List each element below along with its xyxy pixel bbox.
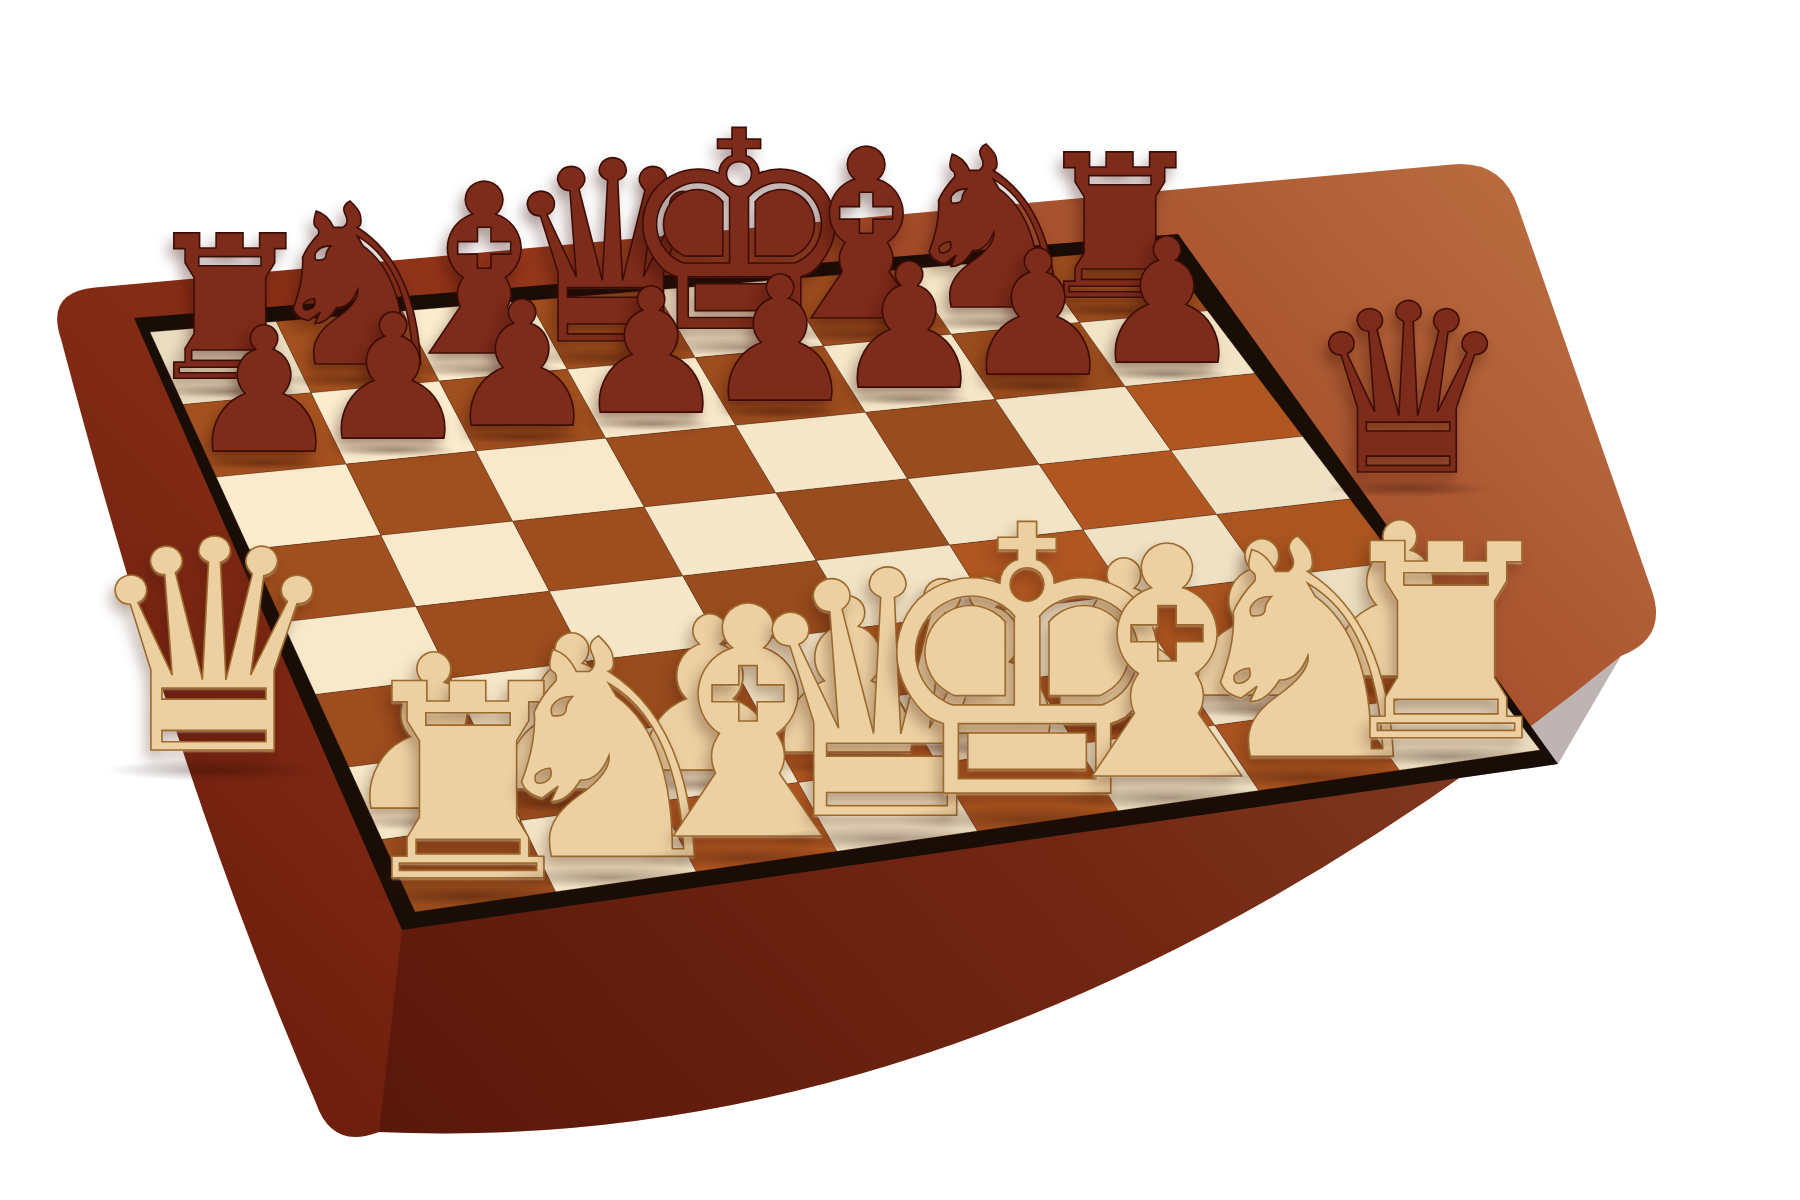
piece-black-pawn-h7[interactable]: ♟ <box>1089 223 1244 382</box>
photo-stage: ♜♞♝♛♚♝♞♜♟♟♟♟♟♟♟♟♟♟♟♟♟♟♟♟♜♞♝♛♚♝♞♜♛♛ <box>0 0 1800 1200</box>
piece-white-rook-h1[interactable]: ♜ <box>1325 520 1567 768</box>
offboard-black-queen[interactable]: ♛ <box>1303 283 1514 499</box>
offboard-white-queen[interactable]: ♛ <box>83 514 346 784</box>
